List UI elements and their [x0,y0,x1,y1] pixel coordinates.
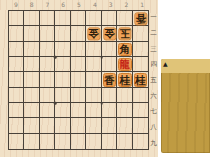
board-cell[interactable] [9,134,24,149]
board-cell[interactable] [24,118,39,133]
board-cell[interactable] [86,42,101,57]
sente-turn-marker: ▲ [163,60,168,68]
board-cell[interactable] [9,42,24,57]
board-cell[interactable] [86,103,101,118]
piece-sente-knight[interactable]: 桂 [118,73,131,86]
file-label: 2 [118,0,134,9]
board-cell[interactable] [24,26,39,41]
board-cell[interactable] [9,72,24,87]
board-cell[interactable] [117,103,132,118]
hoshi-point [54,56,57,59]
rank-label: 九 [149,135,158,151]
board-cell[interactable] [71,134,86,149]
board-cell[interactable] [102,88,117,103]
board-cell[interactable] [40,11,55,26]
board-cell[interactable] [55,88,70,103]
piece-sente-lance[interactable]: 香 [103,73,116,86]
board-cell[interactable] [117,118,132,133]
board-cell[interactable] [55,118,70,133]
board-cell[interactable] [86,88,101,103]
board-cell[interactable] [9,88,24,103]
file-label: 7 [40,0,56,9]
board-cell[interactable] [55,42,70,57]
board-cell[interactable] [86,134,101,149]
piece-kanji: 香 [135,12,146,25]
file-label: 8 [24,0,40,9]
board-cell[interactable] [117,88,132,103]
board-cell[interactable] [133,103,148,118]
rank-label: 四 [149,57,158,73]
board-cell[interactable] [102,103,117,118]
board-cell[interactable] [55,72,70,87]
rank-label: 五 [149,73,158,89]
file-coordinate-labels: 987654321 [8,0,150,9]
piece-gote-king[interactable]: 玉 [118,27,131,40]
board-cell[interactable] [40,88,55,103]
file-label: 5 [71,0,87,9]
board-cell[interactable] [86,118,101,133]
board-cell[interactable] [133,26,148,41]
rank-label: 八 [149,120,158,136]
board-cell[interactable] [40,42,55,57]
board-cell[interactable] [40,134,55,149]
board-cell[interactable] [24,88,39,103]
file-label: 6 [55,0,71,9]
board-cell[interactable] [86,72,101,87]
piece-kanji: 桂 [135,74,146,87]
rank-label: 七 [149,104,158,120]
piece-kanji: 金 [89,27,100,40]
board-cell[interactable] [24,134,39,149]
board-cell[interactable] [117,11,132,26]
piece-kanji: 金 [104,27,115,40]
board-cell[interactable] [9,118,24,133]
piece-kanji: 角 [120,43,131,56]
board-cell[interactable] [133,57,148,72]
board-cell[interactable] [71,88,86,103]
board-cell[interactable] [86,11,101,26]
piece-kanji: 香 [104,74,115,87]
board-cell[interactable] [71,103,86,118]
file-label: 9 [8,0,24,9]
board-cell[interactable] [9,11,24,26]
piece-kanji: 玉 [120,27,131,40]
board-cell[interactable] [71,26,86,41]
board-cell[interactable] [102,134,117,149]
board-cell[interactable] [102,57,117,72]
board-cell[interactable] [9,26,24,41]
piece-kanji: 桂 [120,74,131,87]
board-cell[interactable] [40,57,55,72]
piece-gote-gold[interactable]: 金 [87,27,100,40]
sente-komadai: ▲ [161,59,210,153]
piece-kanji: 龍 [120,58,131,71]
shogi-app: 987654321 一二三四五六七八九 香金金玉角龍香桂桂 ▲ [0,0,210,157]
shogi-board: 987654321 一二三四五六七八九 香金金玉角龍香桂桂 [0,0,158,157]
board-grid: 香金金玉角龍香桂桂 [8,10,149,150]
board-cell[interactable] [40,103,55,118]
board-cell[interactable] [55,103,70,118]
hoshi-point [100,102,103,105]
piece-gote-lance[interactable]: 香 [134,12,147,25]
board-cell[interactable] [133,134,148,149]
board-cell[interactable] [9,57,24,72]
piece-sente-knight[interactable]: 桂 [134,73,147,86]
board-cell[interactable] [40,26,55,41]
board-cell[interactable] [24,57,39,72]
rank-coordinate-labels: 一二三四五六七八九 [149,10,158,151]
rank-label: 二 [149,26,158,42]
board-cell[interactable] [86,57,101,72]
board-cell[interactable] [71,11,86,26]
board-cell[interactable] [133,118,148,133]
file-label: 4 [87,0,103,9]
rank-label: 一 [149,10,158,26]
komadai-rim [161,59,210,73]
piece-sente-bishop[interactable]: 角 [118,43,131,56]
board-cell[interactable] [133,42,148,57]
board-cell[interactable] [133,88,148,103]
piece-sente-dragon[interactable]: 龍 [118,58,131,71]
board-cell[interactable] [55,11,70,26]
board-cell[interactable] [55,26,70,41]
board-cell[interactable] [102,118,117,133]
hoshi-point [54,102,57,105]
board-cell[interactable] [24,103,39,118]
board-cell[interactable] [71,57,86,72]
board-cell[interactable] [24,72,39,87]
file-label: 1 [134,0,150,9]
board-cell[interactable] [24,11,39,26]
board-cell[interactable] [71,118,86,133]
rank-label: 三 [149,41,158,57]
board-cell[interactable] [71,42,86,57]
piece-gote-gold[interactable]: 金 [103,27,116,40]
board-cell[interactable] [40,118,55,133]
board-cell[interactable] [71,72,86,87]
board-cell[interactable] [40,72,55,87]
board-cell[interactable] [24,42,39,57]
hoshi-point [100,56,103,59]
board-cell[interactable] [9,103,24,118]
board-cell[interactable] [55,57,70,72]
board-cell[interactable] [102,42,117,57]
file-label: 3 [103,0,119,9]
board-cell[interactable] [117,134,132,149]
board-cell[interactable] [55,134,70,149]
board-cell[interactable] [102,11,117,26]
rank-label: 六 [149,88,158,104]
